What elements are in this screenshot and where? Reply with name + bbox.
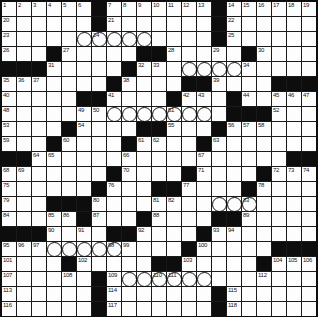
cell[interactable] (137, 287, 151, 301)
cell[interactable] (92, 242, 106, 256)
cell[interactable] (197, 62, 211, 76)
cell[interactable]: 45 (272, 92, 286, 106)
cell[interactable] (62, 227, 76, 241)
cell[interactable]: 7 (107, 2, 121, 16)
cell[interactable] (242, 137, 256, 151)
cell[interactable] (182, 107, 196, 121)
cell[interactable] (302, 47, 316, 61)
cell[interactable]: 55 (167, 122, 181, 136)
cell[interactable] (212, 242, 226, 256)
cell[interactable]: 83 (242, 197, 256, 211)
cell[interactable] (77, 137, 91, 151)
cell[interactable] (77, 17, 91, 31)
cell[interactable] (152, 32, 166, 46)
cell[interactable]: 32 (137, 62, 151, 76)
cell[interactable] (107, 62, 121, 76)
cell[interactable] (32, 32, 46, 46)
cell[interactable]: 49 (77, 107, 91, 121)
cell[interactable]: 105 (287, 257, 301, 271)
cell[interactable] (302, 227, 316, 241)
cell[interactable]: 19 (302, 2, 316, 16)
cell[interactable] (257, 77, 271, 91)
cell[interactable] (212, 257, 226, 271)
cell[interactable]: 117 (107, 302, 121, 316)
cell[interactable] (227, 182, 241, 196)
cell[interactable] (152, 17, 166, 31)
cell[interactable] (122, 197, 136, 211)
cell[interactable]: 48 (2, 107, 16, 121)
cell[interactable] (287, 32, 301, 46)
cell[interactable]: 37 (32, 77, 46, 91)
cell[interactable] (62, 287, 76, 301)
cell[interactable] (167, 227, 181, 241)
cell[interactable]: 56 (227, 122, 241, 136)
cell[interactable]: 33 (152, 62, 166, 76)
cell[interactable]: 2 (17, 2, 31, 16)
cell[interactable]: 85 (47, 212, 61, 226)
cell[interactable] (17, 272, 31, 286)
cell[interactable]: 25 (227, 32, 241, 46)
cell[interactable]: 40 (2, 92, 16, 106)
cell[interactable] (257, 287, 271, 301)
cell[interactable] (17, 122, 31, 136)
cell[interactable] (32, 197, 46, 211)
cell[interactable]: 54 (77, 122, 91, 136)
cell[interactable]: 3 (32, 2, 46, 16)
cell[interactable] (197, 122, 211, 136)
cell[interactable] (47, 167, 61, 181)
cell[interactable] (272, 287, 286, 301)
cell[interactable] (167, 212, 181, 226)
cell[interactable]: 116 (2, 302, 16, 316)
cell[interactable]: 53 (2, 122, 16, 136)
cell[interactable]: 6 (77, 2, 91, 16)
cell[interactable] (137, 302, 151, 316)
cell[interactable]: 39 (212, 77, 226, 91)
cell[interactable] (287, 62, 301, 76)
cell[interactable] (167, 167, 181, 181)
cell[interactable] (242, 17, 256, 31)
cell[interactable] (182, 32, 196, 46)
cell[interactable]: 72 (272, 167, 286, 181)
cell[interactable] (167, 62, 181, 76)
cell[interactable] (107, 197, 121, 211)
cell[interactable] (77, 302, 91, 316)
cell[interactable]: 101 (2, 257, 16, 271)
cell[interactable] (122, 257, 136, 271)
cell[interactable]: 108 (62, 272, 76, 286)
cell[interactable] (122, 47, 136, 61)
cell[interactable] (32, 107, 46, 121)
cell[interactable] (272, 302, 286, 316)
cell[interactable] (137, 92, 151, 106)
cell[interactable] (287, 227, 301, 241)
cell[interactable] (242, 242, 256, 256)
cell[interactable] (182, 137, 196, 151)
cell[interactable]: 13 (197, 2, 211, 16)
cell[interactable] (137, 167, 151, 181)
cell[interactable]: 102 (77, 257, 91, 271)
cell[interactable]: 73 (287, 167, 301, 181)
cell[interactable]: 27 (62, 47, 76, 61)
cell[interactable] (62, 17, 76, 31)
cell[interactable] (32, 92, 46, 106)
cell[interactable]: 113 (2, 287, 16, 301)
cell[interactable] (47, 242, 61, 256)
cell[interactable]: 42 (182, 92, 196, 106)
cell[interactable]: 1 (2, 2, 16, 16)
cell[interactable]: 60 (62, 137, 76, 151)
cell[interactable] (182, 152, 196, 166)
cell[interactable]: 22 (227, 17, 241, 31)
cell[interactable] (32, 17, 46, 31)
cell[interactable] (47, 287, 61, 301)
cell[interactable] (257, 197, 271, 211)
cell[interactable] (62, 152, 76, 166)
cell[interactable] (92, 257, 106, 271)
cell[interactable]: 98 (107, 242, 121, 256)
cell[interactable] (227, 197, 241, 211)
cell[interactable]: 94 (227, 227, 241, 241)
cell[interactable] (17, 17, 31, 31)
cell[interactable] (212, 167, 226, 181)
cell[interactable] (227, 152, 241, 166)
cell[interactable] (107, 47, 121, 61)
cell[interactable] (302, 197, 316, 211)
cell[interactable] (287, 137, 301, 151)
cell[interactable] (107, 257, 121, 271)
cell[interactable] (122, 287, 136, 301)
cell[interactable] (17, 137, 31, 151)
cell[interactable] (152, 107, 166, 121)
cell[interactable] (107, 212, 121, 226)
cell[interactable] (257, 62, 271, 76)
cell[interactable] (32, 257, 46, 271)
cell[interactable]: 5 (62, 2, 76, 16)
crossword-grid[interactable]: 1234567891011121314151617181920212223242… (0, 0, 318, 317)
cell[interactable] (272, 137, 286, 151)
cell[interactable]: 59 (2, 137, 16, 151)
cell[interactable]: 115 (227, 287, 241, 301)
cell[interactable] (152, 77, 166, 91)
cell[interactable] (77, 62, 91, 76)
cell[interactable] (272, 122, 286, 136)
cell[interactable]: 89 (242, 212, 256, 226)
cell[interactable] (62, 77, 76, 91)
cell[interactable] (167, 77, 181, 91)
cell[interactable] (257, 137, 271, 151)
cell[interactable] (242, 32, 256, 46)
cell[interactable]: 10 (152, 2, 166, 16)
cell[interactable] (227, 272, 241, 286)
cell[interactable] (92, 137, 106, 151)
cell[interactable] (32, 272, 46, 286)
cell[interactable] (62, 32, 76, 46)
cell[interactable]: 107 (2, 272, 16, 286)
cell[interactable]: 79 (2, 197, 16, 211)
cell[interactable] (272, 32, 286, 46)
cell[interactable] (197, 257, 211, 271)
cell[interactable] (77, 32, 91, 46)
cell[interactable] (227, 77, 241, 91)
cell[interactable] (212, 182, 226, 196)
cell[interactable] (272, 62, 286, 76)
cell[interactable]: 80 (92, 197, 106, 211)
cell[interactable] (167, 137, 181, 151)
cell[interactable] (77, 287, 91, 301)
cell[interactable]: 30 (257, 47, 271, 61)
cell[interactable] (272, 152, 286, 166)
cell[interactable] (152, 242, 166, 256)
cell[interactable] (302, 122, 316, 136)
cell[interactable] (152, 227, 166, 241)
cell[interactable] (227, 47, 241, 61)
cell[interactable] (242, 167, 256, 181)
cell[interactable] (137, 197, 151, 211)
cell[interactable]: 62 (152, 137, 166, 151)
cell[interactable]: 91 (77, 227, 91, 241)
cell[interactable]: 9 (137, 2, 151, 16)
cell[interactable] (257, 242, 271, 256)
cell[interactable]: 47 (302, 92, 316, 106)
cell[interactable] (167, 32, 181, 46)
cell[interactable] (77, 47, 91, 61)
cell[interactable] (92, 227, 106, 241)
cell[interactable]: 84 (2, 212, 16, 226)
cell[interactable]: 92 (137, 227, 151, 241)
cell[interactable] (182, 287, 196, 301)
cell[interactable] (197, 272, 211, 286)
cell[interactable] (197, 17, 211, 31)
cell[interactable] (272, 197, 286, 211)
cell[interactable] (182, 272, 196, 286)
cell[interactable] (287, 287, 301, 301)
cell[interactable] (302, 302, 316, 316)
cell[interactable]: 99 (122, 242, 136, 256)
cell[interactable]: 86 (62, 212, 76, 226)
cell[interactable] (242, 227, 256, 241)
cell[interactable] (302, 182, 316, 196)
cell[interactable]: 34 (242, 62, 256, 76)
cell[interactable] (62, 302, 76, 316)
cell[interactable]: 18 (287, 2, 301, 16)
cell[interactable]: 43 (197, 92, 211, 106)
cell[interactable] (137, 77, 151, 91)
cell[interactable] (137, 107, 151, 121)
cell[interactable] (167, 287, 181, 301)
cell[interactable] (257, 17, 271, 31)
cell[interactable] (197, 107, 211, 121)
cell[interactable]: 11 (167, 2, 181, 16)
cell[interactable] (32, 182, 46, 196)
cell[interactable] (287, 17, 301, 31)
cell[interactable] (107, 137, 121, 151)
cell[interactable]: 38 (122, 77, 136, 91)
cell[interactable] (152, 92, 166, 106)
cell[interactable] (62, 92, 76, 106)
cell[interactable] (32, 122, 46, 136)
cell[interactable] (62, 167, 76, 181)
cell[interactable] (182, 197, 196, 211)
cell[interactable] (257, 227, 271, 241)
cell[interactable]: 88 (152, 212, 166, 226)
cell[interactable]: 50 (92, 107, 106, 121)
cell[interactable]: 77 (182, 182, 196, 196)
cell[interactable]: 64 (32, 152, 46, 166)
cell[interactable] (302, 272, 316, 286)
cell[interactable] (47, 32, 61, 46)
cell[interactable] (272, 212, 286, 226)
cell[interactable] (287, 212, 301, 226)
cell[interactable] (122, 272, 136, 286)
cell[interactable] (122, 107, 136, 121)
cell[interactable] (227, 242, 241, 256)
cell[interactable] (122, 302, 136, 316)
cell[interactable] (32, 287, 46, 301)
cell[interactable] (92, 62, 106, 76)
cell[interactable] (167, 152, 181, 166)
cell[interactable] (272, 17, 286, 31)
cell[interactable] (92, 167, 106, 181)
cell[interactable] (257, 32, 271, 46)
cell[interactable] (242, 302, 256, 316)
cell[interactable]: 36 (17, 77, 31, 91)
cell[interactable]: 100 (197, 242, 211, 256)
cell[interactable] (212, 152, 226, 166)
cell[interactable] (302, 32, 316, 46)
cell[interactable] (167, 17, 181, 31)
cell[interactable] (302, 212, 316, 226)
cell[interactable] (152, 167, 166, 181)
cell[interactable] (32, 212, 46, 226)
cell[interactable] (77, 167, 91, 181)
cell[interactable] (137, 257, 151, 271)
cell[interactable] (182, 302, 196, 316)
cell[interactable] (77, 272, 91, 286)
cell[interactable] (272, 227, 286, 241)
cell[interactable]: 46 (287, 92, 301, 106)
cell[interactable] (182, 227, 196, 241)
cell[interactable] (257, 212, 271, 226)
cell[interactable] (287, 47, 301, 61)
cell[interactable] (242, 257, 256, 271)
cell[interactable] (47, 302, 61, 316)
cell[interactable] (287, 182, 301, 196)
cell[interactable]: 26 (2, 47, 16, 61)
cell[interactable]: 104 (272, 257, 286, 271)
cell[interactable] (302, 17, 316, 31)
cell[interactable]: 81 (152, 197, 166, 211)
cell[interactable]: 112 (257, 272, 271, 286)
cell[interactable] (122, 182, 136, 196)
cell[interactable] (77, 242, 91, 256)
cell[interactable] (227, 257, 241, 271)
cell[interactable]: 90 (47, 227, 61, 241)
cell[interactable]: 31 (47, 62, 61, 76)
cell[interactable]: 67 (197, 152, 211, 166)
cell[interactable] (167, 302, 181, 316)
cell[interactable] (47, 107, 61, 121)
cell[interactable] (182, 122, 196, 136)
cell[interactable]: 58 (257, 122, 271, 136)
cell[interactable] (92, 77, 106, 91)
cell[interactable] (47, 122, 61, 136)
cell[interactable] (212, 107, 226, 121)
cell[interactable] (32, 137, 46, 151)
cell[interactable]: 8 (122, 2, 136, 16)
cell[interactable]: 70 (122, 167, 136, 181)
cell[interactable] (62, 242, 76, 256)
cell[interactable] (257, 302, 271, 316)
cell[interactable] (107, 122, 121, 136)
cell[interactable] (17, 287, 31, 301)
cell[interactable] (47, 257, 61, 271)
cell[interactable] (287, 272, 301, 286)
cell[interactable] (242, 287, 256, 301)
cell[interactable]: 68 (2, 167, 16, 181)
cell[interactable]: 96 (17, 242, 31, 256)
cell[interactable] (47, 77, 61, 91)
cell[interactable] (77, 77, 91, 91)
cell[interactable] (92, 122, 106, 136)
cell[interactable]: 97 (32, 242, 46, 256)
cell[interactable] (17, 32, 31, 46)
cell[interactable]: 23 (2, 32, 16, 46)
cell[interactable] (107, 32, 121, 46)
cell[interactable] (287, 122, 301, 136)
cell[interactable] (32, 302, 46, 316)
cell[interactable] (17, 47, 31, 61)
cell[interactable]: 118 (227, 302, 241, 316)
cell[interactable]: 111 (167, 272, 181, 286)
cell[interactable] (92, 152, 106, 166)
cell[interactable] (302, 137, 316, 151)
cell[interactable]: 21 (107, 17, 121, 31)
cell[interactable] (137, 152, 151, 166)
cell[interactable] (212, 272, 226, 286)
cell[interactable]: 17 (272, 2, 286, 16)
cell[interactable] (227, 167, 241, 181)
cell[interactable] (197, 287, 211, 301)
cell[interactable] (62, 182, 76, 196)
cell[interactable] (167, 242, 181, 256)
cell[interactable]: 14 (227, 2, 241, 16)
cell[interactable] (242, 152, 256, 166)
cell[interactable]: 15 (242, 2, 256, 16)
cell[interactable] (32, 47, 46, 61)
cell[interactable] (152, 302, 166, 316)
cell[interactable]: 75 (2, 182, 16, 196)
cell[interactable] (197, 32, 211, 46)
cell[interactable]: 16 (257, 2, 271, 16)
cell[interactable] (137, 182, 151, 196)
cell[interactable] (122, 122, 136, 136)
cell[interactable] (122, 92, 136, 106)
cell[interactable] (152, 152, 166, 166)
cell[interactable]: 114 (107, 287, 121, 301)
cell[interactable]: 61 (137, 137, 151, 151)
cell[interactable]: 93 (212, 227, 226, 241)
cell[interactable] (182, 17, 196, 31)
cell[interactable] (137, 17, 151, 31)
cell[interactable] (287, 302, 301, 316)
cell[interactable]: 12 (182, 2, 196, 16)
cell[interactable] (17, 212, 31, 226)
cell[interactable] (212, 62, 226, 76)
cell[interactable] (302, 287, 316, 301)
cell[interactable]: 57 (242, 122, 256, 136)
cell[interactable] (137, 272, 151, 286)
